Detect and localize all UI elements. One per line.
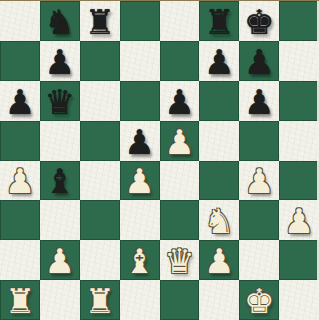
black-pawn: ♟ (204, 45, 234, 79)
square-c7[interactable] (80, 41, 120, 81)
square-a1[interactable]: ♜ (0, 280, 40, 320)
black-rook: ♜ (204, 5, 234, 39)
square-c3[interactable] (80, 200, 120, 240)
square-g7[interactable]: ♟ (239, 41, 279, 81)
square-d4[interactable]: ♟ (120, 161, 160, 201)
square-h1[interactable] (279, 280, 319, 320)
black-bishop: ♝ (45, 164, 75, 198)
square-b8[interactable]: ♞ (40, 1, 80, 41)
black-pawn: ♟ (244, 45, 274, 79)
white-pawn: ♟ (244, 164, 274, 198)
white-pawn: ♟ (45, 244, 75, 278)
square-f7[interactable]: ♟ (199, 41, 239, 81)
square-c8[interactable]: ♜ (80, 1, 120, 41)
square-d1[interactable] (120, 280, 160, 320)
black-pawn: ♟ (164, 85, 194, 119)
white-rook: ♜ (5, 284, 35, 318)
square-e3[interactable] (160, 200, 200, 240)
white-pawn: ♟ (124, 164, 154, 198)
square-g5[interactable] (239, 121, 279, 161)
white-queen: ♛ (164, 244, 194, 278)
square-h2[interactable] (279, 240, 319, 280)
square-e6[interactable]: ♟ (160, 81, 200, 121)
black-rook: ♜ (84, 5, 114, 39)
square-f4[interactable] (199, 161, 239, 201)
chess-board: ♞♜♜♚♟♟♟♟♛♟♟♟♟♟♝♟♟♞♟♟♝♛♟♜♜♚ (0, 0, 319, 320)
square-e5[interactable]: ♟ (160, 121, 200, 161)
square-a8[interactable] (0, 1, 40, 41)
square-g6[interactable]: ♟ (239, 81, 279, 121)
black-queen: ♛ (45, 85, 75, 119)
square-h6[interactable] (279, 81, 319, 121)
square-g8[interactable]: ♚ (239, 1, 279, 41)
square-a7[interactable] (0, 41, 40, 81)
square-d6[interactable] (120, 81, 160, 121)
square-c5[interactable] (80, 121, 120, 161)
square-g2[interactable] (239, 240, 279, 280)
square-b2[interactable]: ♟ (40, 240, 80, 280)
square-e8[interactable] (160, 1, 200, 41)
black-pawn: ♟ (45, 45, 75, 79)
square-b1[interactable] (40, 280, 80, 320)
black-pawn: ♟ (124, 125, 154, 159)
square-g4[interactable]: ♟ (239, 161, 279, 201)
square-f2[interactable]: ♟ (199, 240, 239, 280)
square-a2[interactable] (0, 240, 40, 280)
black-pawn: ♟ (244, 85, 274, 119)
square-h3[interactable]: ♟ (279, 200, 319, 240)
white-pawn: ♟ (204, 244, 234, 278)
white-pawn: ♟ (5, 164, 35, 198)
square-f8[interactable]: ♜ (199, 1, 239, 41)
white-king: ♚ (244, 284, 274, 318)
square-h5[interactable] (279, 121, 319, 161)
square-g3[interactable] (239, 200, 279, 240)
white-pawn: ♟ (284, 204, 314, 238)
square-a3[interactable] (0, 200, 40, 240)
black-pawn: ♟ (5, 85, 35, 119)
square-e4[interactable] (160, 161, 200, 201)
square-c4[interactable] (80, 161, 120, 201)
square-h4[interactable] (279, 161, 319, 201)
square-e1[interactable] (160, 280, 200, 320)
square-b4[interactable]: ♝ (40, 161, 80, 201)
square-f1[interactable] (199, 280, 239, 320)
square-d3[interactable] (120, 200, 160, 240)
white-pawn: ♟ (164, 125, 194, 159)
square-b3[interactable] (40, 200, 80, 240)
square-g1[interactable]: ♚ (239, 280, 279, 320)
square-f3[interactable]: ♞ (199, 200, 239, 240)
square-e7[interactable] (160, 41, 200, 81)
square-f6[interactable] (199, 81, 239, 121)
square-a5[interactable] (0, 121, 40, 161)
square-a6[interactable]: ♟ (0, 81, 40, 121)
square-a4[interactable]: ♟ (0, 161, 40, 201)
white-bishop: ♝ (124, 244, 154, 278)
white-knight: ♞ (204, 204, 234, 238)
square-f5[interactable] (199, 121, 239, 161)
square-d8[interactable] (120, 1, 160, 41)
square-b6[interactable]: ♛ (40, 81, 80, 121)
black-king: ♚ (244, 5, 274, 39)
square-h8[interactable] (279, 1, 319, 41)
square-d2[interactable]: ♝ (120, 240, 160, 280)
square-c2[interactable] (80, 240, 120, 280)
black-knight: ♞ (45, 5, 75, 39)
white-rook: ♜ (84, 284, 114, 318)
square-c1[interactable]: ♜ (80, 280, 120, 320)
square-h7[interactable] (279, 41, 319, 81)
square-b7[interactable]: ♟ (40, 41, 80, 81)
square-e2[interactable]: ♛ (160, 240, 200, 280)
square-d7[interactable] (120, 41, 160, 81)
square-c6[interactable] (80, 81, 120, 121)
square-d5[interactable]: ♟ (120, 121, 160, 161)
square-b5[interactable] (40, 121, 80, 161)
